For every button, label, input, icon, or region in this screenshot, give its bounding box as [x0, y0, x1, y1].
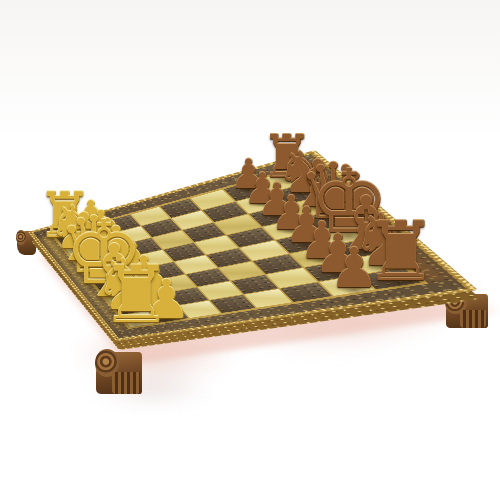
chess-set-photo: ♜♞♝♛♚♝♞♜♟♟♟♟♟♟♟♟♟♟♟♟♟♟♟♟♜♞♝♛♚♝♞♜ — [0, 0, 500, 500]
chess-piece-gold-rook[interactable]: ♜ — [101, 256, 172, 335]
board-leg-front — [96, 352, 142, 394]
chess-piece-bronze-pawn[interactable]: ♟ — [329, 242, 379, 297]
